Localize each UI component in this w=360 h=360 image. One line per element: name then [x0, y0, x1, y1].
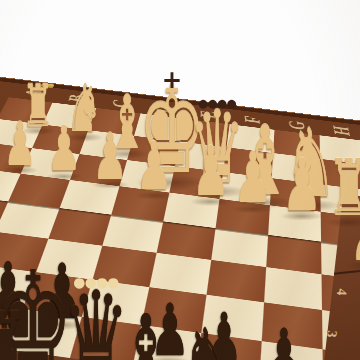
pieces-layer: ♜♞♝♟♟♚+♟♛●●●●♟♝♟♞♟♟♜♟♟♟♟♟♚♛●●●●♟♝♜♞ — [0, 0, 360, 360]
knight-glyph: ♞ — [181, 316, 234, 360]
pawn-glyph: ♟ — [136, 134, 173, 200]
piece-dark-pawn[interactable]: ♟ — [252, 319, 317, 360]
pawn-glyph: ♟ — [234, 143, 273, 213]
piece-dark-knight[interactable]: ♞ — [164, 316, 249, 360]
pawn-glyph: ♟ — [349, 197, 360, 271]
rook-glyph: ♜ — [0, 298, 31, 360]
pawn-glyph: ♟ — [264, 319, 304, 360]
light-balls-finial: ●●●● — [73, 277, 118, 291]
pawn-glyph: ♟ — [47, 118, 81, 180]
dark-cross-finial: + — [162, 68, 182, 92]
piece-light-pawn[interactable]: ♟ — [124, 134, 183, 200]
pawn-glyph: ♟ — [92, 125, 128, 189]
dark-balls-finial: ●●●● — [198, 98, 236, 110]
chess-set-photo: ABCDEFGH 43 ♜♞♝♟♟♚+♟♛●●●●♟♝♟♞♟♟♜♟♟♟♟♟♚♛●… — [0, 0, 360, 360]
pawn-glyph: ♟ — [3, 114, 36, 174]
piece-light-pawn[interactable]: ♟ — [337, 197, 360, 271]
piece-dark-rook[interactable]: ♜ — [0, 298, 49, 360]
